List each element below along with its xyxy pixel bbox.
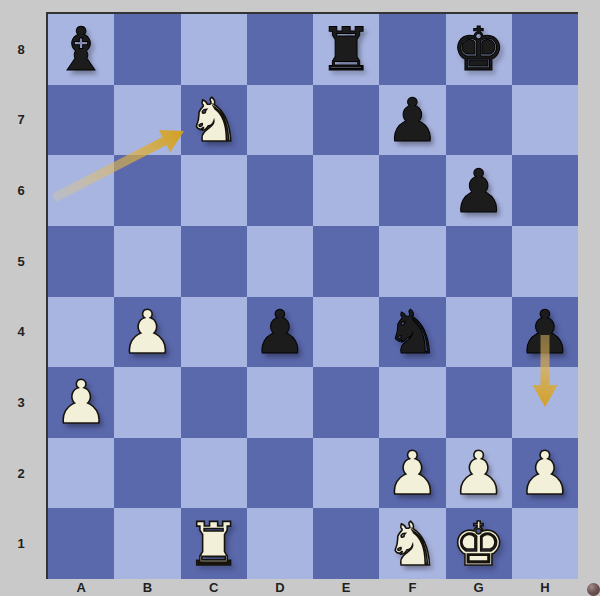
square-g3[interactable] — [446, 367, 512, 438]
piece-black-bishop[interactable]: ♝ — [54, 19, 108, 79]
piece-white-knight[interactable]: ♞ — [385, 514, 439, 574]
rank-label-4: 4 — [2, 297, 40, 368]
square-e1[interactable] — [313, 508, 379, 579]
file-label-f: F — [379, 579, 445, 595]
piece-black-pawn[interactable]: ♟ — [253, 302, 307, 362]
square-h7[interactable] — [512, 85, 578, 156]
square-c6[interactable] — [181, 155, 247, 226]
square-g1[interactable]: ♚ — [446, 508, 512, 579]
rank-label-8: 8 — [2, 14, 40, 85]
square-e2[interactable] — [313, 438, 379, 509]
file-label-h: H — [512, 579, 578, 595]
square-d2[interactable] — [247, 438, 313, 509]
square-d3[interactable] — [247, 367, 313, 438]
square-g4[interactable] — [446, 297, 512, 368]
status-dot — [587, 583, 600, 596]
square-a3[interactable]: ♟ — [48, 367, 114, 438]
square-a7[interactable] — [48, 85, 114, 156]
piece-black-rook[interactable]: ♜ — [319, 19, 373, 79]
square-d8[interactable] — [247, 14, 313, 85]
square-h6[interactable] — [512, 155, 578, 226]
square-g7[interactable] — [446, 85, 512, 156]
square-c4[interactable] — [181, 297, 247, 368]
square-b4[interactable]: ♟ — [114, 297, 180, 368]
piece-white-rook[interactable]: ♜ — [187, 514, 241, 574]
piece-black-pawn[interactable]: ♟ — [518, 302, 572, 362]
square-g8[interactable]: ♚ — [446, 14, 512, 85]
square-d4[interactable]: ♟ — [247, 297, 313, 368]
square-h8[interactable] — [512, 14, 578, 85]
piece-white-pawn[interactable]: ♟ — [54, 372, 108, 432]
square-f2[interactable]: ♟ — [379, 438, 445, 509]
piece-black-pawn[interactable]: ♟ — [385, 90, 439, 150]
square-h3[interactable] — [512, 367, 578, 438]
square-f3[interactable] — [379, 367, 445, 438]
square-f6[interactable] — [379, 155, 445, 226]
square-f4[interactable]: ♞ — [379, 297, 445, 368]
square-c7[interactable]: ♞ — [181, 85, 247, 156]
square-d7[interactable] — [247, 85, 313, 156]
square-c2[interactable] — [181, 438, 247, 509]
piece-white-king[interactable]: ♚ — [452, 514, 506, 574]
square-f8[interactable] — [379, 14, 445, 85]
file-label-g: G — [446, 579, 512, 595]
board-grid: ♝♜♚♞♟♟♟♟♞♟♟♟♟♟♜♞♚ — [48, 14, 578, 579]
square-b7[interactable] — [114, 85, 180, 156]
rank-label-5: 5 — [2, 226, 40, 297]
rank-label-3: 3 — [2, 367, 40, 438]
rank-label-7: 7 — [2, 85, 40, 156]
square-g6[interactable]: ♟ — [446, 155, 512, 226]
piece-black-knight[interactable]: ♞ — [385, 302, 439, 362]
square-h5[interactable] — [512, 226, 578, 297]
square-d5[interactable] — [247, 226, 313, 297]
square-g5[interactable] — [446, 226, 512, 297]
square-h1[interactable] — [512, 508, 578, 579]
square-b5[interactable] — [114, 226, 180, 297]
square-c5[interactable] — [181, 226, 247, 297]
rank-label-6: 6 — [2, 155, 40, 226]
square-f7[interactable]: ♟ — [379, 85, 445, 156]
piece-black-pawn[interactable]: ♟ — [452, 161, 506, 221]
square-c8[interactable] — [181, 14, 247, 85]
square-h2[interactable]: ♟ — [512, 438, 578, 509]
piece-white-pawn[interactable]: ♟ — [518, 443, 572, 503]
file-label-e: E — [313, 579, 379, 595]
square-e4[interactable] — [313, 297, 379, 368]
file-label-d: D — [247, 579, 313, 595]
square-e8[interactable]: ♜ — [313, 14, 379, 85]
square-b3[interactable] — [114, 367, 180, 438]
square-a6[interactable] — [48, 155, 114, 226]
piece-white-pawn[interactable]: ♟ — [120, 302, 174, 362]
square-g2[interactable]: ♟ — [446, 438, 512, 509]
file-label-c: C — [181, 579, 247, 595]
square-b1[interactable] — [114, 508, 180, 579]
piece-white-pawn[interactable]: ♟ — [452, 443, 506, 503]
square-c1[interactable]: ♜ — [181, 508, 247, 579]
square-a2[interactable] — [48, 438, 114, 509]
square-h4[interactable]: ♟ — [512, 297, 578, 368]
square-e6[interactable] — [313, 155, 379, 226]
square-b6[interactable] — [114, 155, 180, 226]
square-e3[interactable] — [313, 367, 379, 438]
file-label-b: B — [114, 579, 180, 595]
square-a4[interactable] — [48, 297, 114, 368]
rank-label-1: 1 — [2, 508, 40, 579]
rank-label-2: 2 — [2, 438, 40, 509]
piece-white-pawn[interactable]: ♟ — [385, 443, 439, 503]
square-d6[interactable] — [247, 155, 313, 226]
square-b2[interactable] — [114, 438, 180, 509]
file-label-a: A — [48, 579, 114, 595]
square-c3[interactable] — [181, 367, 247, 438]
square-d1[interactable] — [247, 508, 313, 579]
square-f5[interactable] — [379, 226, 445, 297]
square-a8[interactable]: ♝ — [48, 14, 114, 85]
square-e5[interactable] — [313, 226, 379, 297]
piece-white-knight[interactable]: ♞ — [187, 90, 241, 150]
square-f1[interactable]: ♞ — [379, 508, 445, 579]
square-e7[interactable] — [313, 85, 379, 156]
square-b8[interactable] — [114, 14, 180, 85]
square-a5[interactable] — [48, 226, 114, 297]
chess-board: ♝♜♚♞♟♟♟♟♞♟♟♟♟♟♜♞♚ — [46, 12, 578, 579]
square-a1[interactable] — [48, 508, 114, 579]
piece-black-king[interactable]: ♚ — [452, 19, 506, 79]
